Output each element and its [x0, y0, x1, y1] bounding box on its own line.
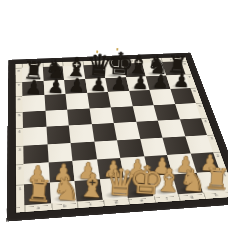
chess-board: abcdefgh8♜♞♝♛♚♝♞♜87♟♟♟♟♟♟♟♟7665544332♟♟♟…	[6, 52, 228, 221]
square-a7: ♟	[22, 81, 44, 96]
square-b5	[45, 109, 69, 126]
piece-contact-shadow	[27, 196, 48, 205]
square-d1: ♛	[99, 177, 127, 199]
square-c4	[69, 124, 94, 142]
square-a5	[23, 110, 46, 128]
scene: abcdefgh8♜♞♝♛♚♝♞♜87♟♟♟♟♟♟♟♟7665544332♟♟♟…	[0, 0, 228, 228]
square-d5	[89, 107, 114, 124]
rank-label-6: 6	[190, 88, 202, 103]
square-a4	[23, 127, 47, 146]
square-b7: ♟	[43, 80, 65, 95]
piece-contact-shadow	[101, 170, 122, 178]
square-b8: ♞	[42, 66, 64, 80]
square-e2: ♟	[120, 157, 148, 178]
square-d8: ♛	[83, 64, 105, 78]
square-c8: ♝	[63, 65, 85, 79]
square-b3	[47, 143, 72, 163]
square-d2: ♟	[97, 158, 124, 179]
board-frame: abcdefgh8♜♞♝♛♚♝♞♜87♟♟♟♟♟♟♟♟7665544332♟♟♟…	[6, 52, 228, 221]
square-d3	[94, 140, 120, 160]
rank-label-3: 3	[16, 145, 24, 164]
board-grid: abcdefgh8♜♞♝♛♚♝♞♜87♟♟♟♟♟♟♟♟7665544332♟♟♟…	[15, 57, 228, 213]
square-a3	[23, 144, 48, 164]
photo-background: abcdefgh8♜♞♝♛♚♝♞♜87♟♟♟♟♟♟♟♟7665544332♟♟♟…	[0, 0, 228, 228]
square-c2: ♟	[72, 159, 99, 180]
square-a1: ♜	[24, 182, 51, 205]
square-a8: ♜	[22, 67, 43, 82]
piece-contact-shadow	[78, 192, 99, 201]
square-h8: ♜	[162, 61, 186, 75]
square-d4	[91, 123, 117, 141]
square-a2: ♟	[24, 162, 50, 183]
square-c7: ♟	[64, 79, 87, 94]
brass-finial	[117, 48, 119, 51]
square-b1: ♞	[49, 181, 76, 204]
square-b2: ♟	[48, 161, 74, 182]
piece-contact-shadow	[129, 189, 151, 198]
square-d7: ♟	[85, 78, 108, 93]
camera-roll-wrapper: abcdefgh8♜♞♝♛♚♝♞♜87♟♟♟♟♟♟♟♟7665544332♟♟♟…	[0, 0, 228, 228]
brass-finial	[96, 50, 98, 53]
square-c1: ♝	[74, 179, 102, 202]
square-d6	[87, 92, 111, 108]
square-f1: ♝	[148, 174, 178, 196]
square-b6	[44, 94, 67, 110]
square-a6	[22, 95, 45, 111]
square-f5	[132, 105, 158, 122]
square-f7: ♟	[126, 76, 150, 91]
square-g2: ♟	[167, 154, 196, 174]
square-c3	[71, 141, 97, 161]
square-f4	[136, 121, 162, 139]
piece-contact-shadow	[104, 191, 125, 200]
square-g1: ♞	[172, 172, 202, 194]
square-c5	[67, 108, 91, 125]
square-b4	[46, 125, 71, 144]
square-e3	[117, 139, 144, 158]
rank-label-5: 5	[16, 112, 23, 129]
square-c6	[66, 93, 89, 109]
